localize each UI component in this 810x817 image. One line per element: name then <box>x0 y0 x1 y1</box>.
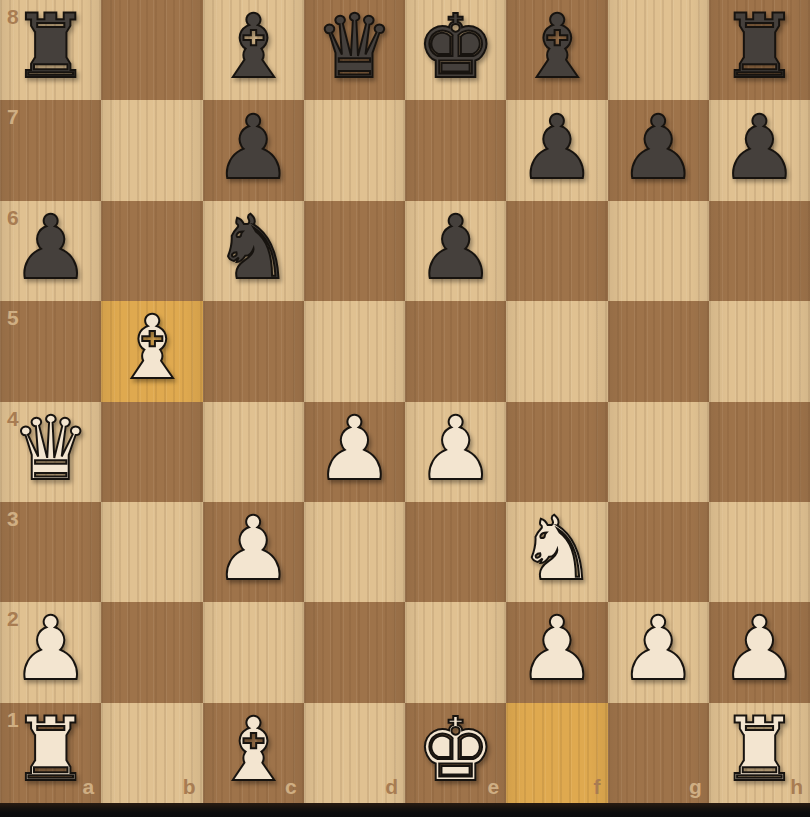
square-c8[interactable]: ♝ <box>203 0 304 100</box>
square-c3[interactable]: ♟ <box>203 502 304 602</box>
square-a5[interactable]: 5 <box>0 301 101 401</box>
white-bishop[interactable]: ♝ <box>112 304 191 392</box>
square-g7[interactable]: ♟ <box>608 100 709 200</box>
square-d7[interactable] <box>304 100 405 200</box>
square-g8[interactable] <box>608 0 709 100</box>
square-f1[interactable]: f <box>506 703 607 803</box>
white-rook[interactable]: ♜ <box>720 706 799 794</box>
black-queen[interactable]: ♛ <box>315 3 394 91</box>
square-h2[interactable]: ♟ <box>709 602 810 702</box>
square-c7[interactable]: ♟ <box>203 100 304 200</box>
white-pawn[interactable]: ♟ <box>416 405 495 493</box>
square-b5[interactable]: ♝ <box>101 301 202 401</box>
square-g2[interactable]: ♟ <box>608 602 709 702</box>
black-pawn[interactable]: ♟ <box>416 204 495 292</box>
white-pawn[interactable]: ♟ <box>11 605 90 693</box>
square-f8[interactable]: ♝ <box>506 0 607 100</box>
rank-label-5: 5 <box>7 306 19 330</box>
black-rook[interactable]: ♜ <box>720 3 799 91</box>
square-e2[interactable] <box>405 602 506 702</box>
square-b1[interactable]: b <box>101 703 202 803</box>
square-g3[interactable] <box>608 502 709 602</box>
square-a2[interactable]: 2♟ <box>0 602 101 702</box>
file-label-f: f <box>594 775 601 799</box>
white-pawn[interactable]: ♟ <box>517 605 596 693</box>
black-bishop[interactable]: ♝ <box>214 3 293 91</box>
square-a4[interactable]: 4♛ <box>0 402 101 502</box>
square-h6[interactable] <box>709 201 810 301</box>
white-pawn[interactable]: ♟ <box>214 505 293 593</box>
square-d3[interactable] <box>304 502 405 602</box>
square-a8[interactable]: 8♜ <box>0 0 101 100</box>
black-pawn[interactable]: ♟ <box>720 104 799 192</box>
square-h3[interactable] <box>709 502 810 602</box>
square-c2[interactable] <box>203 602 304 702</box>
square-a1[interactable]: 1a♜ <box>0 703 101 803</box>
white-queen[interactable]: ♛ <box>11 405 90 493</box>
square-h8[interactable]: ♜ <box>709 0 810 100</box>
rank-label-3: 3 <box>7 507 19 531</box>
square-e8[interactable]: ♚ <box>405 0 506 100</box>
square-e4[interactable]: ♟ <box>405 402 506 502</box>
white-bishop[interactable]: ♝ <box>214 706 293 794</box>
square-g4[interactable] <box>608 402 709 502</box>
chess-app-screen: 8♜♝♛♚♝♜7♟♟♟♟6♟♞♟5♝4♛♟♟3♟♞2♟♟♟♟1a♜bc♝de♚f… <box>0 0 810 817</box>
square-b3[interactable] <box>101 502 202 602</box>
square-d5[interactable] <box>304 301 405 401</box>
black-rook[interactable]: ♜ <box>11 3 90 91</box>
square-c1[interactable]: c♝ <box>203 703 304 803</box>
black-pawn[interactable]: ♟ <box>214 104 293 192</box>
white-rook[interactable]: ♜ <box>11 706 90 794</box>
black-pawn[interactable]: ♟ <box>517 104 596 192</box>
square-e3[interactable] <box>405 502 506 602</box>
square-e5[interactable] <box>405 301 506 401</box>
square-d6[interactable] <box>304 201 405 301</box>
file-label-b: b <box>183 775 196 799</box>
square-d8[interactable]: ♛ <box>304 0 405 100</box>
black-knight[interactable]: ♞ <box>214 204 293 292</box>
square-a3[interactable]: 3 <box>0 502 101 602</box>
square-e7[interactable] <box>405 100 506 200</box>
square-f6[interactable] <box>506 201 607 301</box>
square-b7[interactable] <box>101 100 202 200</box>
square-d4[interactable]: ♟ <box>304 402 405 502</box>
square-b8[interactable] <box>101 0 202 100</box>
square-b4[interactable] <box>101 402 202 502</box>
square-f5[interactable] <box>506 301 607 401</box>
square-g6[interactable] <box>608 201 709 301</box>
square-b2[interactable] <box>101 602 202 702</box>
black-pawn[interactable]: ♟ <box>11 204 90 292</box>
square-e6[interactable]: ♟ <box>405 201 506 301</box>
chess-board: 8♜♝♛♚♝♜7♟♟♟♟6♟♞♟5♝4♛♟♟3♟♞2♟♟♟♟1a♜bc♝de♚f… <box>0 0 810 803</box>
black-king[interactable]: ♚ <box>416 3 495 91</box>
white-king[interactable]: ♚ <box>416 706 495 794</box>
square-g1[interactable]: g <box>608 703 709 803</box>
square-e1[interactable]: e♚ <box>405 703 506 803</box>
white-knight[interactable]: ♞ <box>517 505 596 593</box>
square-f2[interactable]: ♟ <box>506 602 607 702</box>
file-label-g: g <box>689 775 702 799</box>
file-label-d: d <box>385 775 398 799</box>
square-d1[interactable]: d <box>304 703 405 803</box>
square-f7[interactable]: ♟ <box>506 100 607 200</box>
square-f3[interactable]: ♞ <box>506 502 607 602</box>
white-pawn[interactable]: ♟ <box>315 405 394 493</box>
black-bishop[interactable]: ♝ <box>517 3 596 91</box>
square-h1[interactable]: h♜ <box>709 703 810 803</box>
board-bottom-strip <box>0 803 810 817</box>
square-c4[interactable] <box>203 402 304 502</box>
white-pawn[interactable]: ♟ <box>720 605 799 693</box>
square-g5[interactable] <box>608 301 709 401</box>
square-h7[interactable]: ♟ <box>709 100 810 200</box>
square-d2[interactable] <box>304 602 405 702</box>
square-b6[interactable] <box>101 201 202 301</box>
square-h4[interactable] <box>709 402 810 502</box>
square-a6[interactable]: 6♟ <box>0 201 101 301</box>
square-c6[interactable]: ♞ <box>203 201 304 301</box>
square-h5[interactable] <box>709 301 810 401</box>
white-pawn[interactable]: ♟ <box>619 605 698 693</box>
square-c5[interactable] <box>203 301 304 401</box>
square-a7[interactable]: 7 <box>0 100 101 200</box>
black-pawn[interactable]: ♟ <box>619 104 698 192</box>
rank-label-7: 7 <box>7 105 19 129</box>
square-f4[interactable] <box>506 402 607 502</box>
